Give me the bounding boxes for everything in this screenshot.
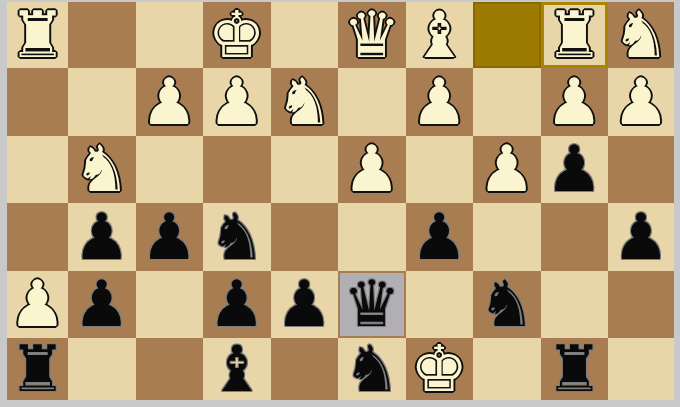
square-r4c9[interactable] <box>608 271 674 339</box>
square-r3c6[interactable]: ♟ <box>406 203 474 271</box>
square-r4c5[interactable]: ♛ <box>338 271 406 339</box>
app-window: { "game": "chess", "variant_note": "Visi… <box>0 0 680 407</box>
black-pawn-piece[interactable]: ♟ <box>612 205 669 269</box>
square-r5c8[interactable]: ♜ <box>541 338 609 400</box>
white-knight-piece[interactable]: ♞ <box>612 3 669 67</box>
white-pawn-piece[interactable]: ♟ <box>141 70 198 134</box>
black-pawn-piece[interactable]: ♟ <box>73 205 130 269</box>
white-pawn-piece[interactable]: ♟ <box>208 70 265 134</box>
square-r2c5[interactable]: ♟ <box>338 136 406 204</box>
square-r4c4[interactable]: ♟ <box>271 271 339 339</box>
square-r0c3[interactable]: ♚ <box>203 2 271 68</box>
square-r5c2[interactable] <box>136 338 204 400</box>
square-r5c4[interactable] <box>271 338 339 400</box>
square-r0c4[interactable] <box>271 2 339 68</box>
white-knight-piece[interactable]: ♞ <box>73 137 130 201</box>
square-r1c8[interactable]: ♟ <box>541 68 609 136</box>
square-r5c5[interactable]: ♞ <box>338 338 406 400</box>
white-rook-piece[interactable]: ♜ <box>9 3 66 67</box>
square-r0c0[interactable]: ♜ <box>7 2 68 68</box>
white-pawn-piece[interactable]: ♟ <box>546 70 603 134</box>
square-r0c7[interactable] <box>473 2 541 68</box>
square-r1c4[interactable]: ♞ <box>271 68 339 136</box>
square-r1c7[interactable] <box>473 68 541 136</box>
square-r0c5[interactable]: ♛ <box>338 2 406 68</box>
square-r0c1[interactable] <box>68 2 136 68</box>
square-r3c7[interactable] <box>473 203 541 271</box>
square-r4c7[interactable]: ♞ <box>473 271 541 339</box>
square-r0c2[interactable] <box>136 2 204 68</box>
black-pawn-piece[interactable]: ♟ <box>141 205 198 269</box>
square-r1c0[interactable] <box>7 68 68 136</box>
white-bishop-piece[interactable]: ♝ <box>411 3 468 67</box>
black-knight-piece[interactable]: ♞ <box>478 272 535 336</box>
black-queen-piece[interactable]: ♛ <box>343 272 400 336</box>
square-r3c3[interactable]: ♞ <box>203 203 271 271</box>
white-pawn-piece[interactable]: ♟ <box>343 137 400 201</box>
square-r1c5[interactable] <box>338 68 406 136</box>
black-knight-piece[interactable]: ♞ <box>343 337 400 401</box>
square-r2c6[interactable] <box>406 136 474 204</box>
square-r3c1[interactable]: ♟ <box>68 203 136 271</box>
square-r4c2[interactable] <box>136 271 204 339</box>
square-r5c7[interactable] <box>473 338 541 400</box>
square-r3c5[interactable] <box>338 203 406 271</box>
square-r2c0[interactable] <box>7 136 68 204</box>
black-pawn-piece[interactable]: ♟ <box>411 205 468 269</box>
square-r1c6[interactable]: ♟ <box>406 68 474 136</box>
square-r5c0[interactable]: ♜ <box>7 338 68 400</box>
black-rook-piece[interactable]: ♜ <box>9 337 66 401</box>
white-pawn-piece[interactable]: ♟ <box>9 272 66 336</box>
black-rook-piece[interactable]: ♜ <box>546 337 603 401</box>
white-queen-piece[interactable]: ♛ <box>343 3 400 67</box>
square-r2c9[interactable] <box>608 136 674 204</box>
square-r4c6[interactable] <box>406 271 474 339</box>
square-r0c6[interactable]: ♝ <box>406 2 474 68</box>
square-r5c3[interactable]: ♝ <box>203 338 271 400</box>
square-r3c4[interactable] <box>271 203 339 271</box>
square-r3c0[interactable] <box>7 203 68 271</box>
square-r0c8[interactable]: ♜ <box>541 2 609 68</box>
square-r3c2[interactable]: ♟ <box>136 203 204 271</box>
square-r3c8[interactable] <box>541 203 609 271</box>
square-r2c4[interactable] <box>271 136 339 204</box>
white-pawn-piece[interactable]: ♟ <box>478 137 535 201</box>
black-knight-piece[interactable]: ♞ <box>208 205 265 269</box>
white-king-piece[interactable]: ♚ <box>411 337 468 401</box>
square-r1c2[interactable]: ♟ <box>136 68 204 136</box>
square-r4c8[interactable] <box>541 271 609 339</box>
square-r2c7[interactable]: ♟ <box>473 136 541 204</box>
square-r5c1[interactable] <box>68 338 136 400</box>
square-r1c1[interactable] <box>68 68 136 136</box>
white-knight-piece[interactable]: ♞ <box>276 70 333 134</box>
square-r0c9[interactable]: ♞ <box>608 2 674 68</box>
square-r1c3[interactable]: ♟ <box>203 68 271 136</box>
square-r4c3[interactable]: ♟ <box>203 271 271 339</box>
square-r5c6[interactable]: ♚ <box>406 338 474 400</box>
white-pawn-piece[interactable]: ♟ <box>411 70 468 134</box>
square-r5c9[interactable] <box>608 338 674 400</box>
square-r1c9[interactable]: ♟ <box>608 68 674 136</box>
black-pawn-piece[interactable]: ♟ <box>73 272 130 336</box>
black-pawn-piece[interactable]: ♟ <box>208 272 265 336</box>
black-pawn-piece[interactable]: ♟ <box>276 272 333 336</box>
chess-board: ♜♚♛♝♜♞♟♟♞♟♟♟♞♟♟♟♟♟♞♟♟♟♟♟♟♛♞♜♝♞♚♜ <box>7 2 674 400</box>
black-pawn-piece[interactable]: ♟ <box>546 137 603 201</box>
black-bishop-piece[interactable]: ♝ <box>208 337 265 401</box>
white-pawn-piece[interactable]: ♟ <box>612 70 669 134</box>
square-r2c1[interactable]: ♞ <box>68 136 136 204</box>
square-r4c1[interactable]: ♟ <box>68 271 136 339</box>
square-r2c8[interactable]: ♟ <box>541 136 609 204</box>
white-rook-piece[interactable]: ♜ <box>546 3 603 67</box>
white-king-piece[interactable]: ♚ <box>208 3 265 67</box>
square-r4c0[interactable]: ♟ <box>7 271 68 339</box>
square-r2c3[interactable] <box>203 136 271 204</box>
square-r3c9[interactable]: ♟ <box>608 203 674 271</box>
square-r2c2[interactable] <box>136 136 204 204</box>
